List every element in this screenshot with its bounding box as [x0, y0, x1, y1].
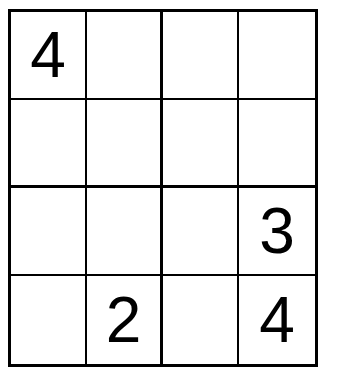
- cell-r1c1[interactable]: 4: [11, 12, 87, 100]
- cell-r3c2[interactable]: [87, 188, 163, 276]
- cell-r1c2[interactable]: [87, 12, 163, 100]
- cell-r3c1[interactable]: [11, 188, 87, 276]
- cell-r4c4[interactable]: 4: [239, 276, 315, 364]
- cell-r2c2[interactable]: [87, 100, 163, 188]
- cell-r3c3[interactable]: [163, 188, 239, 276]
- cell-r1c4[interactable]: [239, 12, 315, 100]
- cell-r1c3[interactable]: [163, 12, 239, 100]
- cell-r4c1[interactable]: [11, 276, 87, 364]
- cell-r2c4[interactable]: [239, 100, 315, 188]
- cell-r4c3[interactable]: [163, 276, 239, 364]
- cell-r2c3[interactable]: [163, 100, 239, 188]
- sudoku-board: 4 3 2 4: [8, 9, 318, 367]
- cell-r3c4[interactable]: 3: [239, 188, 315, 276]
- cell-r4c2[interactable]: 2: [87, 276, 163, 364]
- cell-r2c1[interactable]: [11, 100, 87, 188]
